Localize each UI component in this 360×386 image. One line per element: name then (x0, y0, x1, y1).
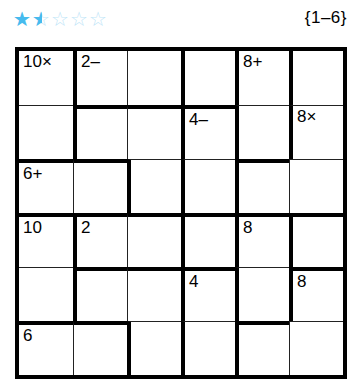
cage-clue: 6 (23, 326, 32, 346)
cage-clue: 8+ (243, 52, 262, 72)
cell-r4c2[interactable] (127, 267, 181, 321)
cage-clue: 2 (81, 218, 90, 238)
star-filled-icon: ☆★ (13, 8, 32, 31)
cell-r2c0[interactable]: 6+ (19, 159, 73, 213)
cell-r2c4[interactable] (235, 159, 289, 213)
cell-r5c2[interactable] (127, 321, 181, 375)
cell-r5c0[interactable]: 6 (19, 321, 73, 375)
cell-r0c1[interactable]: 2– (73, 51, 127, 105)
cell-r5c5[interactable] (289, 321, 343, 375)
cell-r1c3[interactable]: 4– (181, 105, 235, 159)
cell-r2c3[interactable] (181, 159, 235, 213)
cell-r3c2[interactable] (127, 213, 181, 267)
cell-r2c2[interactable] (127, 159, 181, 213)
cage-clue: 2– (81, 52, 100, 72)
cell-r1c4[interactable] (235, 105, 289, 159)
cell-r4c0[interactable] (19, 267, 73, 321)
number-range-label: {1–6} (305, 8, 347, 28)
difficulty-stars: ☆★☆★☆☆☆ (13, 8, 108, 32)
cell-r2c5[interactable] (289, 159, 343, 213)
puzzle-grid: 10×2–8+4–8×6+1028486 (15, 47, 347, 379)
star-outline-icon: ☆ (70, 8, 89, 31)
cell-r5c1[interactable] (73, 321, 127, 375)
cell-r1c2[interactable] (127, 105, 181, 159)
star-half-icon: ☆★ (32, 8, 51, 31)
cell-r3c4[interactable]: 8 (235, 213, 289, 267)
cell-r4c5[interactable]: 8 (289, 267, 343, 321)
cell-r5c4[interactable] (235, 321, 289, 375)
cage-clue: 4– (189, 110, 208, 130)
puzzle-page: ☆★☆★☆☆☆ {1–6} 10×2–8+4–8×6+1028486 (0, 0, 360, 386)
cell-r0c0[interactable]: 10× (19, 51, 73, 105)
cage-clue: 4 (189, 272, 198, 292)
cage-clue: 8× (297, 107, 316, 127)
cell-r4c3[interactable]: 4 (181, 267, 235, 321)
star-outline-icon: ☆ (51, 8, 70, 31)
cell-r5c3[interactable] (181, 321, 235, 375)
cell-r1c1[interactable] (73, 105, 127, 159)
cage-clue: 8 (297, 272, 306, 292)
cell-r0c4[interactable]: 8+ (235, 51, 289, 105)
cell-r4c4[interactable] (235, 267, 289, 321)
cage-clue: 6+ (23, 164, 42, 184)
star-outline-icon: ☆ (89, 8, 108, 31)
cell-r3c1[interactable]: 2 (73, 213, 127, 267)
cell-r3c3[interactable] (181, 213, 235, 267)
cell-r1c5[interactable]: 8× (289, 105, 343, 159)
cell-r0c5[interactable] (289, 51, 343, 105)
cell-r3c5[interactable] (289, 213, 343, 267)
cell-r3c0[interactable]: 10 (19, 213, 73, 267)
cage-clue: 8 (243, 218, 252, 238)
cage-clue: 10 (23, 218, 42, 238)
cell-r2c1[interactable] (73, 159, 127, 213)
cell-r4c1[interactable] (73, 267, 127, 321)
cell-r0c2[interactable] (127, 51, 181, 105)
cell-r0c3[interactable] (181, 51, 235, 105)
cell-r1c0[interactable] (19, 105, 73, 159)
cage-clue: 10× (23, 52, 52, 72)
